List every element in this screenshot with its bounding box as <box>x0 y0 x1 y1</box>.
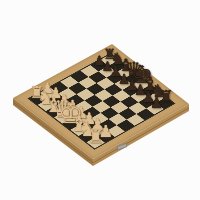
piece-white-rook-h1: ♜ <box>87 128 104 147</box>
chess-set-photo: ♜♟♞♟♝♟♛♟♚♟♝♟♟♞♜♟♟♜♞♟♟♝♟♛♟♚♟♝♟♞♟♜ <box>0 0 200 200</box>
piece-black-pawn-h7: ♟ <box>150 96 164 111</box>
